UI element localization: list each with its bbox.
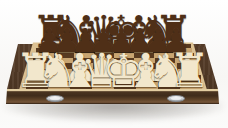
- chess-set-photo: ♜♞♝♛♚♝♞♜♟♟♟♟♟♟♟♟♟♟♟♟♟♟♟♟♜♞♝♛♚♝♞♜: [0, 0, 228, 128]
- piece-white-rook-h1[interactable]: ♜: [168, 47, 210, 94]
- pieces-layer: ♜♞♝♛♚♝♞♜♟♟♟♟♟♟♟♟♟♟♟♟♟♟♟♟♜♞♝♛♚♝♞♜: [0, 0, 228, 128]
